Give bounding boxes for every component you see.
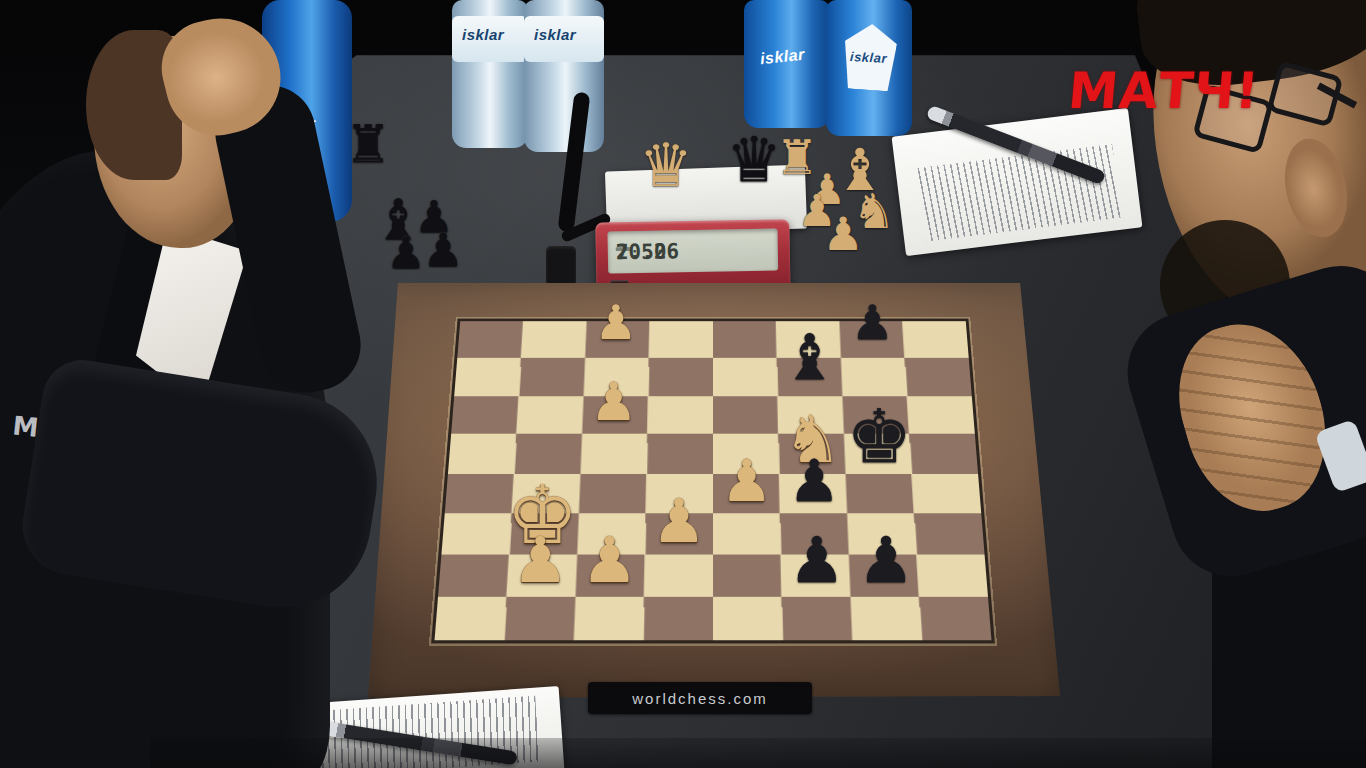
water-bottle: isklar <box>744 0 830 128</box>
black-time: 7.50 <box>616 239 667 264</box>
scoresheet-handwriting <box>918 144 1122 241</box>
captured-white-piece: ♛ <box>726 129 782 191</box>
bottle-label: isklar <box>534 26 576 43</box>
captured-black-piece: ♟ <box>386 231 425 275</box>
board-plaque: worldchess.com <box>588 682 812 714</box>
captured-white-piece: ♟ <box>822 211 863 257</box>
water-bottle: isklar <box>452 0 528 148</box>
chess-board <box>431 319 995 644</box>
bottle-label: isklar <box>850 49 888 66</box>
water-bottle: isklar <box>524 0 604 152</box>
captured-black-piece: ♟ <box>422 227 463 273</box>
captured-black-piece: ♜ <box>345 118 392 170</box>
captured-white-piece: ♛ <box>639 135 693 195</box>
board-squares <box>435 321 992 640</box>
board-plaque-text: worldchess.com <box>632 690 768 707</box>
broadcast-frame: isklar isklar isklar isklar isklar ♜♝♟♟♟… <box>0 0 1366 768</box>
water-bottle: isklar <box>826 0 912 136</box>
table-front-shadow <box>150 738 1366 768</box>
clock-lcd: 20.26 7.50 <box>607 229 778 274</box>
player-left-jacket-logo: M <box>10 410 48 453</box>
bottle-label: isklar <box>462 26 504 43</box>
bottle-label: isklar <box>759 46 805 69</box>
tv-channel-logo: МАТЧ! <box>1065 62 1291 132</box>
cable-connector <box>546 246 576 286</box>
